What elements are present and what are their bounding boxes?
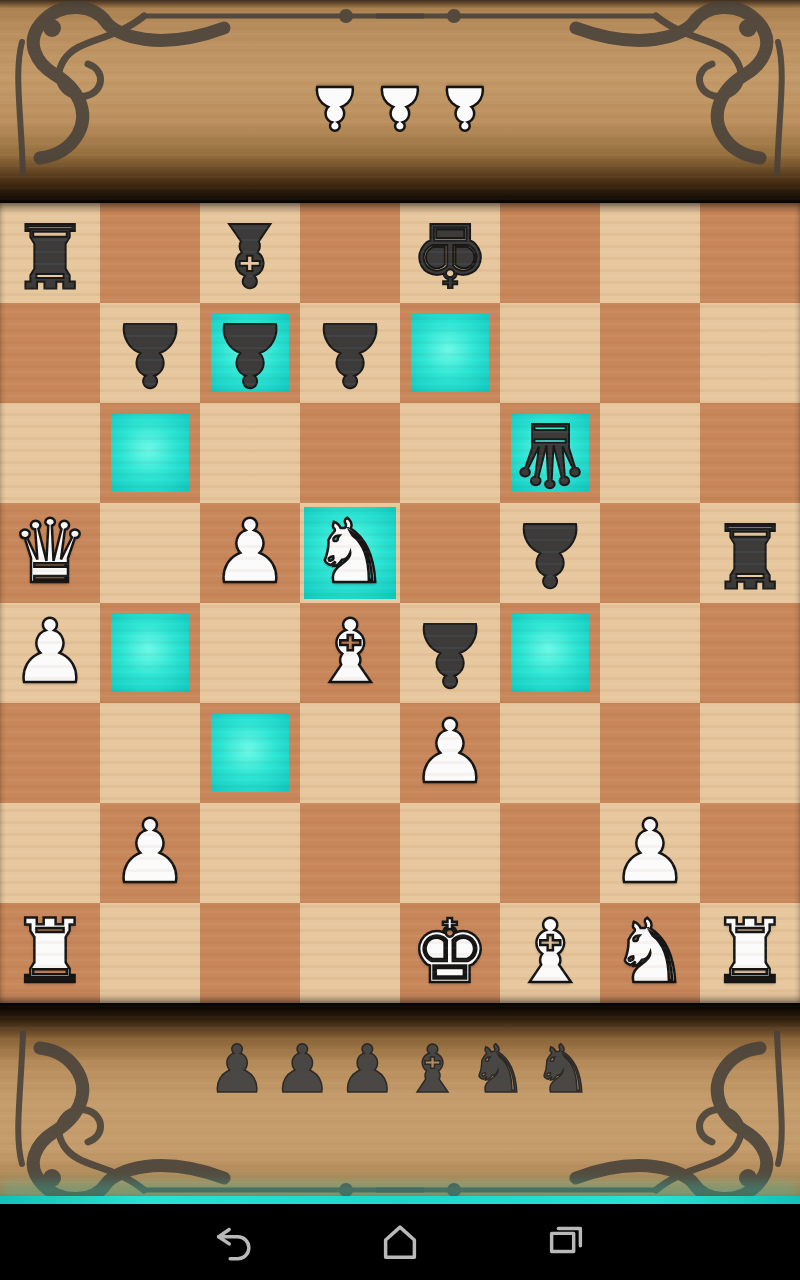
square-h1[interactable]: ♜: [700, 903, 800, 1003]
piece-white-pawn[interactable]: ♟: [400, 703, 500, 803]
piece-white-pawn[interactable]: ♟: [100, 803, 200, 903]
square-d5[interactable]: ♞: [300, 503, 400, 603]
square-h7[interactable]: [700, 303, 800, 403]
square-d8[interactable]: [300, 203, 400, 303]
square-g5[interactable]: [600, 503, 700, 603]
square-e7[interactable]: [400, 303, 500, 403]
piece-black-pawn[interactable]: ♟: [500, 503, 600, 603]
piece-white-pawn[interactable]: ♟: [0, 603, 100, 703]
square-d6[interactable]: [300, 403, 400, 503]
android-navigation-bar: [0, 1204, 800, 1280]
square-b2[interactable]: ♟: [100, 803, 200, 903]
captured-black-knight: ♞: [468, 1033, 527, 1107]
piece-white-rook[interactable]: ♜: [700, 903, 800, 1003]
piece-white-knight[interactable]: ♞: [300, 503, 400, 603]
square-b3[interactable]: [100, 703, 200, 803]
square-d4[interactable]: ♝: [300, 603, 400, 703]
square-b5[interactable]: [100, 503, 200, 603]
captured-black-pawn: ♟: [207, 1033, 266, 1107]
square-b7[interactable]: ♟: [100, 303, 200, 403]
square-g1[interactable]: ♞: [600, 903, 700, 1003]
captured-white-pawn: ♟: [373, 77, 427, 139]
piece-white-king[interactable]: ♚: [400, 903, 500, 1003]
piece-white-bishop[interactable]: ♝: [300, 603, 400, 703]
back-icon: [211, 1219, 257, 1265]
square-f7[interactable]: [500, 303, 600, 403]
square-a8[interactable]: ♜: [0, 203, 100, 303]
square-f6[interactable]: ♛: [500, 403, 600, 503]
square-g2[interactable]: ♟: [600, 803, 700, 903]
square-g3[interactable]: [600, 703, 700, 803]
square-g7[interactable]: [600, 303, 700, 403]
square-e5[interactable]: [400, 503, 500, 603]
square-e2[interactable]: [400, 803, 500, 903]
square-a5[interactable]: ♛: [0, 503, 100, 603]
move-target-highlight[interactable]: [111, 614, 189, 692]
piece-black-pawn[interactable]: ♟: [200, 303, 300, 403]
captured-black-pawn: ♟: [338, 1033, 397, 1107]
captured-black-knight: ♞: [533, 1033, 592, 1107]
square-a3[interactable]: [0, 703, 100, 803]
piece-black-rook[interactable]: ♜: [0, 203, 100, 303]
piece-white-rook[interactable]: ♜: [0, 903, 100, 1003]
square-d1[interactable]: [300, 903, 400, 1003]
square-c1[interactable]: [200, 903, 300, 1003]
square-a4[interactable]: ♟: [0, 603, 100, 703]
move-target-highlight[interactable]: [511, 614, 589, 692]
piece-white-knight[interactable]: ♞: [600, 903, 700, 1003]
chess-app-screen: ♟♟♟ ♜♝♚♟♟♟♛♛♟♞♟♜♟♝♟♟♟♟♜♚♝♞♜: [0, 0, 800, 1280]
square-d7[interactable]: ♟: [300, 303, 400, 403]
square-g4[interactable]: [600, 603, 700, 703]
move-target-highlight[interactable]: [411, 314, 489, 392]
square-c3[interactable]: [200, 703, 300, 803]
teal-divider-line: [0, 1196, 800, 1204]
square-c4[interactable]: [200, 603, 300, 703]
square-h5[interactable]: ♜: [700, 503, 800, 603]
back-button[interactable]: [210, 1218, 258, 1266]
recents-icon: [543, 1219, 589, 1265]
square-e4[interactable]: ♟: [400, 603, 500, 703]
square-a2[interactable]: [0, 803, 100, 903]
square-h3[interactable]: [700, 703, 800, 803]
square-c7[interactable]: ♟: [200, 303, 300, 403]
captured-black-pawn: ♟: [273, 1033, 332, 1107]
piece-black-rook[interactable]: ♜: [700, 503, 800, 603]
square-e8[interactable]: ♚: [400, 203, 500, 303]
recents-button[interactable]: [542, 1218, 590, 1266]
home-icon: [377, 1219, 423, 1265]
square-d3[interactable]: [300, 703, 400, 803]
piece-white-pawn[interactable]: ♟: [200, 503, 300, 603]
piece-white-queen[interactable]: ♛: [0, 503, 100, 603]
captured-white-pawn: ♟: [438, 77, 492, 139]
move-target-highlight[interactable]: [211, 714, 289, 792]
square-e3[interactable]: ♟: [400, 703, 500, 803]
piece-black-pawn[interactable]: ♟: [400, 603, 500, 703]
square-d2[interactable]: [300, 803, 400, 903]
home-button[interactable]: [376, 1218, 424, 1266]
square-g8[interactable]: [600, 203, 700, 303]
square-b4[interactable]: [100, 603, 200, 703]
square-f5[interactable]: ♟: [500, 503, 600, 603]
move-target-highlight[interactable]: [111, 414, 189, 492]
square-f3[interactable]: [500, 703, 600, 803]
square-h6[interactable]: [700, 403, 800, 503]
piece-black-pawn[interactable]: ♟: [100, 303, 200, 403]
square-a6[interactable]: [0, 403, 100, 503]
piece-white-bishop[interactable]: ♝: [500, 903, 600, 1003]
square-c5[interactable]: ♟: [200, 503, 300, 603]
square-e6[interactable]: [400, 403, 500, 503]
square-c8[interactable]: ♝: [200, 203, 300, 303]
piece-black-bishop[interactable]: ♝: [200, 203, 300, 303]
captured-white-pieces-tray: ♟♟♟: [0, 76, 800, 140]
square-c6[interactable]: [200, 403, 300, 503]
square-e1[interactable]: ♚: [400, 903, 500, 1003]
square-f1[interactable]: ♝: [500, 903, 600, 1003]
square-b8[interactable]: [100, 203, 200, 303]
chess-board[interactable]: ♜♝♚♟♟♟♛♛♟♞♟♜♟♝♟♟♟♟♜♚♝♞♜: [0, 201, 800, 1005]
captured-black-pieces-tray: ♟♟♟♝♞♞: [0, 1032, 800, 1108]
square-h8[interactable]: [700, 203, 800, 303]
square-h2[interactable]: [700, 803, 800, 903]
square-g6[interactable]: [600, 403, 700, 503]
square-c2[interactable]: [200, 803, 300, 903]
square-a1[interactable]: ♜: [0, 903, 100, 1003]
captured-white-pawn: ♟: [308, 77, 362, 139]
piece-black-pawn[interactable]: ♟: [300, 303, 400, 403]
square-f2[interactable]: [500, 803, 600, 903]
square-b1[interactable]: [100, 903, 200, 1003]
square-a7[interactable]: [0, 303, 100, 403]
piece-black-queen[interactable]: ♛: [500, 403, 600, 503]
square-f4[interactable]: [500, 603, 600, 703]
square-f8[interactable]: [500, 203, 600, 303]
piece-black-king[interactable]: ♚: [400, 203, 500, 303]
captured-black-bishop: ♝: [403, 1033, 462, 1107]
square-h4[interactable]: [700, 603, 800, 703]
square-b6[interactable]: [100, 403, 200, 503]
piece-white-pawn[interactable]: ♟: [600, 803, 700, 903]
